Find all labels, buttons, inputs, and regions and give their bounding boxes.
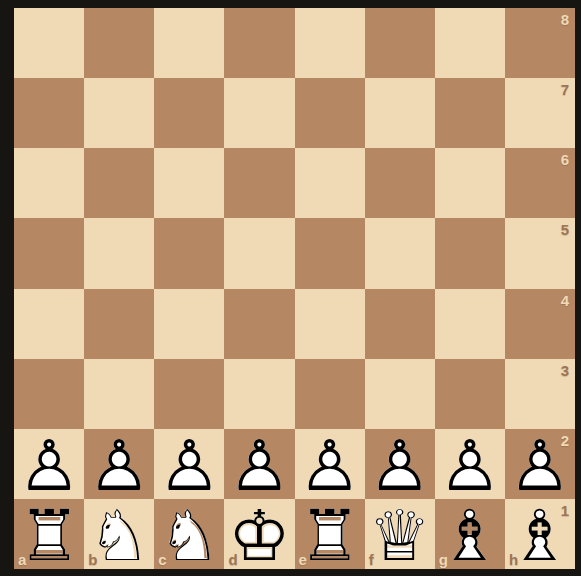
white-bishop-glyph-outline: ♗: [509, 501, 572, 571]
square-h7[interactable]: 7: [505, 78, 575, 148]
square-c8[interactable]: [154, 8, 224, 78]
square-h1[interactable]: h1♝♗: [505, 499, 575, 569]
square-f4[interactable]: [365, 289, 435, 359]
square-d5[interactable]: [224, 218, 294, 288]
white-pawn-glyph-outline: ♙: [298, 431, 361, 501]
square-a2[interactable]: ♟♙: [14, 429, 84, 499]
square-f5[interactable]: [365, 218, 435, 288]
square-a7[interactable]: [14, 78, 84, 148]
square-a8[interactable]: [14, 8, 84, 78]
white-bishop-glyph-outline: ♗: [438, 501, 501, 571]
square-d4[interactable]: [224, 289, 294, 359]
square-h3[interactable]: 3: [505, 359, 575, 429]
rank-label-4: 4: [561, 293, 569, 308]
rank-label-8: 8: [561, 12, 569, 27]
square-c1[interactable]: c♞♘: [154, 499, 224, 569]
chess-board: 876543♟♙♟♙♟♙♟♙♟♙♟♙♟♙2♟♙a♜♖b♞♘c♞♘d♚♔e♜♖f♛…: [14, 8, 575, 569]
rank-label-6: 6: [561, 152, 569, 167]
square-e3[interactable]: [295, 359, 365, 429]
square-g6[interactable]: [435, 148, 505, 218]
square-f6[interactable]: [365, 148, 435, 218]
square-e7[interactable]: [295, 78, 365, 148]
square-c3[interactable]: [154, 359, 224, 429]
square-d3[interactable]: [224, 359, 294, 429]
square-d2[interactable]: ♟♙: [224, 429, 294, 499]
white-pawn[interactable]: ♟♙: [505, 429, 575, 499]
white-queen[interactable]: ♛♕: [365, 499, 435, 569]
square-c2[interactable]: ♟♙: [154, 429, 224, 499]
square-b1[interactable]: b♞♘: [84, 499, 154, 569]
square-f7[interactable]: [365, 78, 435, 148]
white-pawn-glyph-outline: ♙: [228, 431, 291, 501]
white-king[interactable]: ♚♔: [224, 499, 294, 569]
square-b4[interactable]: [84, 289, 154, 359]
square-e6[interactable]: [295, 148, 365, 218]
page-background: 876543♟♙♟♙♟♙♟♙♟♙♟♙♟♙2♟♙a♜♖b♞♘c♞♘d♚♔e♜♖f♛…: [0, 0, 581, 576]
white-bishop[interactable]: ♝♗: [505, 499, 575, 569]
white-pawn-glyph-outline: ♙: [509, 431, 572, 501]
square-b6[interactable]: [84, 148, 154, 218]
white-pawn[interactable]: ♟♙: [14, 429, 84, 499]
square-g4[interactable]: [435, 289, 505, 359]
white-pawn[interactable]: ♟♙: [224, 429, 294, 499]
white-pawn[interactable]: ♟♙: [295, 429, 365, 499]
white-pawn-glyph-outline: ♙: [18, 431, 81, 501]
square-d8[interactable]: [224, 8, 294, 78]
square-h5[interactable]: 5: [505, 218, 575, 288]
square-c4[interactable]: [154, 289, 224, 359]
white-pawn[interactable]: ♟♙: [154, 429, 224, 499]
square-a4[interactable]: [14, 289, 84, 359]
square-g5[interactable]: [435, 218, 505, 288]
white-pawn-glyph-outline: ♙: [368, 431, 431, 501]
square-h6[interactable]: 6: [505, 148, 575, 218]
square-c5[interactable]: [154, 218, 224, 288]
square-e4[interactable]: [295, 289, 365, 359]
square-g2[interactable]: ♟♙: [435, 429, 505, 499]
square-f8[interactable]: [365, 8, 435, 78]
white-king-glyph-outline: ♔: [228, 501, 291, 571]
white-rook-glyph-outline: ♖: [298, 501, 361, 571]
square-b3[interactable]: [84, 359, 154, 429]
white-rook[interactable]: ♜♖: [295, 499, 365, 569]
square-f3[interactable]: [365, 359, 435, 429]
square-g3[interactable]: [435, 359, 505, 429]
white-bishop[interactable]: ♝♗: [435, 499, 505, 569]
white-pawn-glyph-outline: ♙: [158, 431, 221, 501]
white-knight-glyph-outline: ♘: [88, 501, 151, 571]
square-a1[interactable]: a♜♖: [14, 499, 84, 569]
white-pawn[interactable]: ♟♙: [84, 429, 154, 499]
white-knight[interactable]: ♞♘: [84, 499, 154, 569]
square-c6[interactable]: [154, 148, 224, 218]
square-f1[interactable]: f♛♕: [365, 499, 435, 569]
white-pawn[interactable]: ♟♙: [435, 429, 505, 499]
square-b5[interactable]: [84, 218, 154, 288]
square-e5[interactable]: [295, 218, 365, 288]
white-knight[interactable]: ♞♘: [154, 499, 224, 569]
white-rook[interactable]: ♜♖: [14, 499, 84, 569]
square-h4[interactable]: 4: [505, 289, 575, 359]
square-g1[interactable]: g♝♗: [435, 499, 505, 569]
rank-label-7: 7: [561, 82, 569, 97]
white-pawn-glyph-outline: ♙: [88, 431, 151, 501]
square-g7[interactable]: [435, 78, 505, 148]
square-a6[interactable]: [14, 148, 84, 218]
white-rook-glyph-outline: ♖: [18, 501, 81, 571]
square-d1[interactable]: d♚♔: [224, 499, 294, 569]
square-h2[interactable]: 2♟♙: [505, 429, 575, 499]
rank-label-5: 5: [561, 222, 569, 237]
square-b7[interactable]: [84, 78, 154, 148]
white-pawn-glyph-outline: ♙: [438, 431, 501, 501]
square-d6[interactable]: [224, 148, 294, 218]
square-b8[interactable]: [84, 8, 154, 78]
white-pawn[interactable]: ♟♙: [365, 429, 435, 499]
square-b2[interactable]: ♟♙: [84, 429, 154, 499]
square-f2[interactable]: ♟♙: [365, 429, 435, 499]
white-knight-glyph-outline: ♘: [158, 501, 221, 571]
square-d7[interactable]: [224, 78, 294, 148]
square-e8[interactable]: [295, 8, 365, 78]
square-e2[interactable]: ♟♙: [295, 429, 365, 499]
square-c7[interactable]: [154, 78, 224, 148]
square-h8[interactable]: 8: [505, 8, 575, 78]
white-queen-glyph-outline: ♕: [368, 501, 431, 571]
square-e1[interactable]: e♜♖: [295, 499, 365, 569]
square-a3[interactable]: [14, 359, 84, 429]
square-a5[interactable]: [14, 218, 84, 288]
square-g8[interactable]: [435, 8, 505, 78]
rank-label-3: 3: [561, 363, 569, 378]
